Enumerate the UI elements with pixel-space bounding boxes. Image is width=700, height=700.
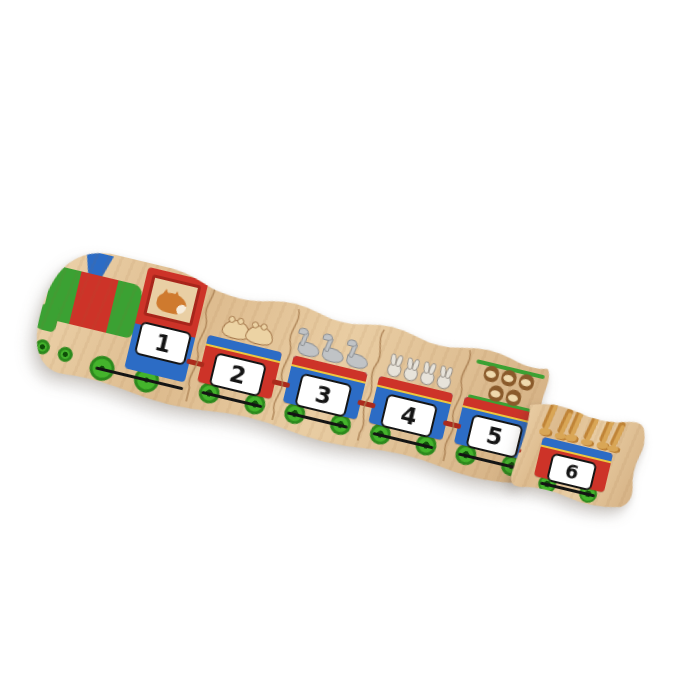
numeral-6: 6 (563, 461, 580, 483)
wheel-icon (56, 345, 74, 363)
numeral-1: 1 (153, 330, 174, 356)
train-board: 1 2 (20, 228, 561, 497)
owl-icon (486, 384, 504, 403)
rabbit-icon (402, 365, 419, 383)
numeral-5: 5 (484, 423, 505, 449)
fox-icon (155, 290, 189, 316)
engine-bumper (29, 301, 60, 332)
numeral-2: 2 (227, 362, 248, 388)
puzzle-piece-6[interactable]: 6 (500, 388, 653, 520)
rabbit-icon (418, 369, 435, 387)
assembled-train: 1 2 (20, 228, 561, 497)
rabbit-icon (385, 361, 402, 379)
rabbit-icon (435, 372, 452, 390)
fox-slot (154, 290, 189, 321)
animals-hamsters (220, 283, 283, 348)
piece-6-board: 6 (500, 388, 653, 520)
engine-window (143, 274, 201, 327)
puzzle-photo: 1 2 (0, 0, 700, 700)
number-card-1: 1 (134, 321, 193, 366)
owl-icon (482, 364, 500, 383)
engine-boiler (42, 265, 144, 339)
wheel-icon (33, 338, 51, 356)
numeral-4: 4 (398, 403, 419, 429)
numeral-3: 3 (313, 382, 334, 408)
owl-icon (499, 368, 517, 387)
detached-piece-area: 6 (500, 388, 653, 520)
